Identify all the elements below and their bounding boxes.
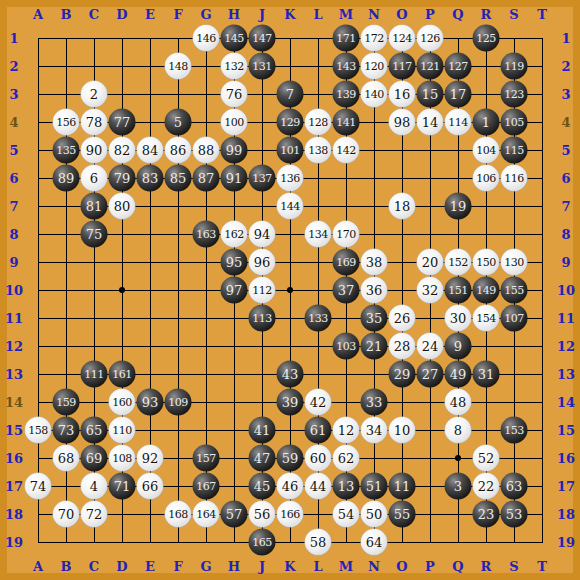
col-label-top-C: C xyxy=(89,8,99,21)
row-label-right-2: 2 xyxy=(561,60,570,73)
stone-C4: 78 xyxy=(81,109,108,136)
stone-M18: 54 xyxy=(333,501,360,528)
stone-C3: 2 xyxy=(81,81,108,108)
stone-J1: 147 xyxy=(249,25,276,52)
stone-C15: 65 xyxy=(81,417,108,444)
row-label-right-17: 17 xyxy=(557,480,575,493)
stone-R6: 106 xyxy=(473,165,500,192)
stone-C6: 6 xyxy=(81,165,108,192)
col-label-bottom-O: O xyxy=(396,560,407,573)
stone-S10: 155 xyxy=(501,277,528,304)
stone-Q12: 9 xyxy=(445,333,472,360)
stone-J11: 113 xyxy=(249,305,276,332)
row-label-left-7: 7 xyxy=(9,200,18,213)
stone-M16: 62 xyxy=(333,445,360,472)
stone-O7: 18 xyxy=(389,193,416,220)
stone-O17: 11 xyxy=(389,473,416,500)
stone-C7: 81 xyxy=(81,193,108,220)
row-label-left-10: 10 xyxy=(5,284,23,297)
row-label-left-16: 16 xyxy=(5,452,23,465)
stone-K16: 59 xyxy=(277,445,304,472)
row-label-left-13: 13 xyxy=(5,368,23,381)
stone-O1: 124 xyxy=(389,25,416,52)
stone-M15: 12 xyxy=(333,417,360,444)
stone-K14: 39 xyxy=(277,389,304,416)
stone-F4: 5 xyxy=(165,109,192,136)
col-label-bottom-A: A xyxy=(33,560,43,573)
stone-M9: 169 xyxy=(333,249,360,276)
star-point-D10 xyxy=(119,287,125,293)
stone-R4: 1 xyxy=(473,109,500,136)
stone-E5: 84 xyxy=(137,137,164,164)
col-label-bottom-E: E xyxy=(145,560,155,573)
stone-S9: 130 xyxy=(501,249,528,276)
stone-N2: 120 xyxy=(361,53,388,80)
stone-Q2: 127 xyxy=(445,53,472,80)
row-label-left-2: 2 xyxy=(9,60,18,73)
stone-E14: 93 xyxy=(137,389,164,416)
stone-R16: 52 xyxy=(473,445,500,472)
col-label-top-E: E xyxy=(145,8,155,21)
stone-N11: 35 xyxy=(361,305,388,332)
stone-Q15: 8 xyxy=(445,417,472,444)
stone-Q3: 17 xyxy=(445,81,472,108)
stone-H5: 99 xyxy=(221,137,248,164)
row-label-right-1: 1 xyxy=(561,32,570,45)
stone-N17: 51 xyxy=(361,473,388,500)
stone-S5: 115 xyxy=(501,137,528,164)
stone-C17: 4 xyxy=(81,473,108,500)
stone-M5: 142 xyxy=(333,137,360,164)
row-label-right-13: 13 xyxy=(557,368,575,381)
row-label-left-6: 6 xyxy=(9,172,18,185)
stone-M4: 141 xyxy=(333,109,360,136)
col-label-bottom-S: S xyxy=(509,560,518,573)
stone-L4: 128 xyxy=(305,109,332,136)
col-label-top-R: R xyxy=(481,8,492,21)
stone-O2: 117 xyxy=(389,53,416,80)
row-label-left-17: 17 xyxy=(5,480,23,493)
stone-O15: 10 xyxy=(389,417,416,444)
stone-H2: 132 xyxy=(221,53,248,80)
stone-J15: 41 xyxy=(249,417,276,444)
stone-G8: 163 xyxy=(193,221,220,248)
row-label-right-7: 7 xyxy=(561,200,570,213)
stone-N19: 64 xyxy=(361,529,388,556)
stone-H9: 95 xyxy=(221,249,248,276)
stone-S3: 123 xyxy=(501,81,528,108)
stone-G16: 157 xyxy=(193,445,220,472)
stone-J6: 137 xyxy=(249,165,276,192)
stone-D6: 79 xyxy=(109,165,136,192)
stone-M12: 103 xyxy=(333,333,360,360)
stone-K3: 7 xyxy=(277,81,304,108)
stone-B15: 73 xyxy=(53,417,80,444)
stone-Q9: 152 xyxy=(445,249,472,276)
col-label-bottom-G: G xyxy=(200,560,211,573)
stone-A15: 158 xyxy=(25,417,52,444)
stone-C5: 90 xyxy=(81,137,108,164)
stone-R1: 125 xyxy=(473,25,500,52)
stone-B4: 156 xyxy=(53,109,80,136)
stone-S15: 153 xyxy=(501,417,528,444)
stone-J10: 112 xyxy=(249,277,276,304)
stone-D4: 77 xyxy=(109,109,136,136)
stone-K6: 136 xyxy=(277,165,304,192)
row-label-right-4: 4 xyxy=(561,116,570,129)
col-label-top-A: A xyxy=(33,8,43,21)
stone-L15: 61 xyxy=(305,417,332,444)
stone-Q11: 30 xyxy=(445,305,472,332)
stone-J18: 56 xyxy=(249,501,276,528)
stone-P2: 121 xyxy=(417,53,444,80)
stone-J9: 96 xyxy=(249,249,276,276)
stone-R5: 104 xyxy=(473,137,500,164)
col-label-top-P: P xyxy=(425,8,435,21)
stone-M3: 139 xyxy=(333,81,360,108)
col-label-top-F: F xyxy=(173,8,182,21)
stone-B5: 135 xyxy=(53,137,80,164)
stone-K17: 46 xyxy=(277,473,304,500)
stone-G18: 164 xyxy=(193,501,220,528)
stone-P4: 14 xyxy=(417,109,444,136)
stone-D17: 71 xyxy=(109,473,136,500)
row-label-right-8: 8 xyxy=(561,228,570,241)
stone-H8: 162 xyxy=(221,221,248,248)
stone-J2: 131 xyxy=(249,53,276,80)
stone-L8: 134 xyxy=(305,221,332,248)
row-label-right-15: 15 xyxy=(557,424,575,437)
col-label-bottom-C: C xyxy=(89,560,99,573)
col-label-bottom-P: P xyxy=(425,560,435,573)
stone-B14: 159 xyxy=(53,389,80,416)
stone-E16: 92 xyxy=(137,445,164,472)
row-label-left-12: 12 xyxy=(5,340,23,353)
row-label-right-3: 3 xyxy=(561,88,570,101)
row-label-left-19: 19 xyxy=(5,536,23,549)
row-label-left-15: 15 xyxy=(5,424,23,437)
col-label-bottom-N: N xyxy=(368,560,380,573)
col-label-top-O: O xyxy=(396,8,407,21)
stone-R13: 31 xyxy=(473,361,500,388)
stone-D7: 80 xyxy=(109,193,136,220)
stone-K13: 43 xyxy=(277,361,304,388)
stone-E17: 66 xyxy=(137,473,164,500)
board-frame: AABBCCDDEEFFGGHHJJKKLLMMNNOOPPQQRRSSTT11… xyxy=(0,0,580,580)
stone-D15: 110 xyxy=(109,417,136,444)
star-point-K10 xyxy=(287,287,293,293)
row-label-left-11: 11 xyxy=(5,312,23,325)
stone-K7: 144 xyxy=(277,193,304,220)
stone-F14: 109 xyxy=(165,389,192,416)
row-label-right-19: 19 xyxy=(557,536,575,549)
stone-P9: 20 xyxy=(417,249,444,276)
star-point-Q16 xyxy=(455,455,461,461)
stone-F6: 85 xyxy=(165,165,192,192)
stone-Q13: 49 xyxy=(445,361,472,388)
stone-H18: 57 xyxy=(221,501,248,528)
stone-D14: 160 xyxy=(109,389,136,416)
stone-M2: 143 xyxy=(333,53,360,80)
stone-N9: 38 xyxy=(361,249,388,276)
col-label-bottom-R: R xyxy=(481,560,492,573)
stone-P12: 24 xyxy=(417,333,444,360)
col-label-bottom-B: B xyxy=(61,560,72,573)
stone-G5: 88 xyxy=(193,137,220,164)
row-label-right-5: 5 xyxy=(561,144,570,157)
row-label-left-8: 8 xyxy=(9,228,18,241)
stone-N18: 50 xyxy=(361,501,388,528)
stone-L16: 60 xyxy=(305,445,332,472)
stone-J8: 94 xyxy=(249,221,276,248)
stone-K4: 129 xyxy=(277,109,304,136)
col-label-top-K: K xyxy=(284,8,295,21)
stone-N3: 140 xyxy=(361,81,388,108)
stone-P10: 32 xyxy=(417,277,444,304)
col-label-top-T: T xyxy=(537,8,547,21)
row-label-left-4: 4 xyxy=(9,116,18,129)
row-label-right-14: 14 xyxy=(557,396,575,409)
col-label-top-B: B xyxy=(61,8,72,21)
stone-O4: 98 xyxy=(389,109,416,136)
stone-H6: 91 xyxy=(221,165,248,192)
stone-O3: 16 xyxy=(389,81,416,108)
stone-K5: 101 xyxy=(277,137,304,164)
row-label-left-9: 9 xyxy=(9,256,18,269)
stone-O12: 28 xyxy=(389,333,416,360)
stone-M17: 13 xyxy=(333,473,360,500)
stone-R10: 149 xyxy=(473,277,500,304)
stone-L14: 42 xyxy=(305,389,332,416)
col-label-top-M: M xyxy=(339,8,353,21)
stone-Q14: 48 xyxy=(445,389,472,416)
stone-J19: 165 xyxy=(249,529,276,556)
row-label-right-18: 18 xyxy=(557,508,575,521)
row-label-left-18: 18 xyxy=(5,508,23,521)
col-label-bottom-J: J xyxy=(259,560,265,573)
col-label-top-D: D xyxy=(116,8,127,21)
stone-M10: 37 xyxy=(333,277,360,304)
col-label-top-J: J xyxy=(259,8,265,21)
stone-N10: 36 xyxy=(361,277,388,304)
col-label-top-Q: Q xyxy=(452,8,463,21)
stone-Q7: 19 xyxy=(445,193,472,220)
row-label-left-3: 3 xyxy=(9,88,18,101)
stone-R17: 22 xyxy=(473,473,500,500)
stone-S6: 116 xyxy=(501,165,528,192)
stone-C13: 111 xyxy=(81,361,108,388)
col-label-bottom-F: F xyxy=(173,560,182,573)
stone-B16: 68 xyxy=(53,445,80,472)
stone-C8: 75 xyxy=(81,221,108,248)
stone-G17: 167 xyxy=(193,473,220,500)
stone-H10: 97 xyxy=(221,277,248,304)
stone-N1: 172 xyxy=(361,25,388,52)
col-label-top-S: S xyxy=(509,8,518,21)
col-label-bottom-H: H xyxy=(228,560,240,573)
stone-A17: 74 xyxy=(25,473,52,500)
stone-L19: 58 xyxy=(305,529,332,556)
stone-J16: 47 xyxy=(249,445,276,472)
stone-L11: 133 xyxy=(305,305,332,332)
stone-B6: 89 xyxy=(53,165,80,192)
stone-N15: 34 xyxy=(361,417,388,444)
stone-F5: 86 xyxy=(165,137,192,164)
stone-P1: 126 xyxy=(417,25,444,52)
stone-F18: 168 xyxy=(165,501,192,528)
stone-S11: 107 xyxy=(501,305,528,332)
stone-D5: 82 xyxy=(109,137,136,164)
stone-S2: 119 xyxy=(501,53,528,80)
stone-M8: 170 xyxy=(333,221,360,248)
row-label-right-11: 11 xyxy=(557,312,575,325)
col-label-bottom-K: K xyxy=(284,560,295,573)
stone-N14: 33 xyxy=(361,389,388,416)
stone-R18: 23 xyxy=(473,501,500,528)
stone-H1: 145 xyxy=(221,25,248,52)
stone-D13: 161 xyxy=(109,361,136,388)
stone-O13: 29 xyxy=(389,361,416,388)
stone-R11: 154 xyxy=(473,305,500,332)
col-label-top-L: L xyxy=(313,8,322,21)
stone-R9: 150 xyxy=(473,249,500,276)
col-label-top-G: G xyxy=(200,8,211,21)
row-label-right-6: 6 xyxy=(561,172,570,185)
col-label-bottom-D: D xyxy=(116,560,127,573)
stone-H3: 76 xyxy=(221,81,248,108)
col-label-bottom-M: M xyxy=(339,560,353,573)
stone-N12: 21 xyxy=(361,333,388,360)
row-label-right-16: 16 xyxy=(557,452,575,465)
stone-L17: 44 xyxy=(305,473,332,500)
stone-S17: 63 xyxy=(501,473,528,500)
row-label-left-1: 1 xyxy=(9,32,18,45)
stone-Q4: 114 xyxy=(445,109,472,136)
col-label-bottom-T: T xyxy=(537,560,547,573)
stone-B18: 70 xyxy=(53,501,80,528)
row-label-right-12: 12 xyxy=(557,340,575,353)
stone-O11: 26 xyxy=(389,305,416,332)
col-label-bottom-L: L xyxy=(313,560,322,573)
stone-Q10: 151 xyxy=(445,277,472,304)
stone-S18: 53 xyxy=(501,501,528,528)
stone-S4: 105 xyxy=(501,109,528,136)
stone-M1: 171 xyxy=(333,25,360,52)
stone-D16: 108 xyxy=(109,445,136,472)
stone-C18: 72 xyxy=(81,501,108,528)
stone-P3: 15 xyxy=(417,81,444,108)
stone-G6: 87 xyxy=(193,165,220,192)
col-label-top-N: N xyxy=(368,8,380,21)
stone-O18: 55 xyxy=(389,501,416,528)
stone-Q17: 3 xyxy=(445,473,472,500)
row-label-left-5: 5 xyxy=(9,144,18,157)
stone-G1: 146 xyxy=(193,25,220,52)
stone-C16: 69 xyxy=(81,445,108,472)
row-label-left-14: 14 xyxy=(5,396,23,409)
stone-P13: 27 xyxy=(417,361,444,388)
stone-F2: 148 xyxy=(165,53,192,80)
col-label-top-H: H xyxy=(228,8,240,21)
row-label-right-9: 9 xyxy=(561,256,570,269)
stone-L5: 138 xyxy=(305,137,332,164)
col-label-bottom-Q: Q xyxy=(452,560,463,573)
stone-J17: 45 xyxy=(249,473,276,500)
row-label-right-10: 10 xyxy=(557,284,575,297)
stone-H4: 100 xyxy=(221,109,248,136)
stone-K18: 166 xyxy=(277,501,304,528)
stone-E6: 83 xyxy=(137,165,164,192)
